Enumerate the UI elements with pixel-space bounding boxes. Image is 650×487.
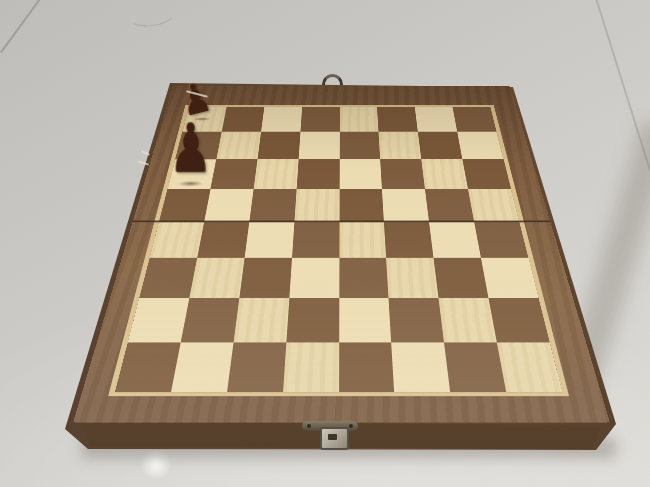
chess-board: ♟♟ <box>73 86 610 423</box>
square-e3 <box>339 258 389 298</box>
square-f6 <box>380 159 425 189</box>
square-h7 <box>457 132 503 159</box>
square-f1 <box>391 342 450 392</box>
square-d3 <box>289 258 339 298</box>
square-h4 <box>474 222 528 258</box>
fold-seam <box>132 221 551 223</box>
square-e4 <box>339 222 386 258</box>
square-c5 <box>249 189 296 222</box>
square-d5 <box>294 189 339 222</box>
square-b3 <box>189 258 244 298</box>
square-h5 <box>468 189 519 222</box>
square-g2 <box>439 298 497 343</box>
square-e6 <box>339 159 382 189</box>
square-a6: ♟ <box>168 159 217 189</box>
square-d1 <box>283 342 339 392</box>
square-g3 <box>434 258 489 298</box>
scene: ♟♟ <box>0 0 650 487</box>
square-h3 <box>481 258 538 298</box>
square-d6 <box>296 159 339 189</box>
square-b7 <box>216 132 261 159</box>
square-b6 <box>211 159 258 189</box>
square-f3 <box>386 258 438 298</box>
square-b4 <box>197 222 249 258</box>
square-a4 <box>150 222 204 258</box>
latch-hasp <box>320 427 349 450</box>
playing-area: ♟♟ <box>115 107 562 392</box>
square-a1 <box>115 342 181 392</box>
tile-seam-top-left <box>0 0 40 53</box>
square-a5 <box>159 189 210 222</box>
frame-scratch <box>141 150 150 155</box>
square-d7 <box>298 132 339 159</box>
square-b1 <box>171 342 233 392</box>
square-h6 <box>462 159 511 189</box>
square-c2 <box>233 298 289 343</box>
square-a2 <box>128 298 189 343</box>
square-c4 <box>244 222 294 258</box>
square-g7 <box>418 132 462 159</box>
square-e7 <box>339 132 380 159</box>
square-e2 <box>339 298 392 343</box>
square-c6 <box>253 159 298 189</box>
square-c1 <box>227 342 286 392</box>
square-a3 <box>139 258 197 298</box>
floor-scuff-mark <box>127 1 178 29</box>
square-g1 <box>444 342 506 392</box>
square-b2 <box>181 298 240 343</box>
board-grid: ♟♟ <box>115 107 562 392</box>
square-g4 <box>429 222 481 258</box>
square-c7 <box>257 132 300 159</box>
square-f2 <box>389 298 444 343</box>
square-g6 <box>421 159 468 189</box>
square-f7 <box>379 132 422 159</box>
square-f5 <box>382 189 429 222</box>
square-b5 <box>204 189 253 222</box>
square-f4 <box>384 222 434 258</box>
square-d4 <box>292 222 339 258</box>
square-d2 <box>286 298 339 343</box>
black-pawn-a6: ♟ <box>169 115 213 183</box>
square-g5 <box>425 189 474 222</box>
square-c3 <box>239 258 292 298</box>
square-e1 <box>339 342 395 392</box>
square-e5 <box>339 189 384 222</box>
